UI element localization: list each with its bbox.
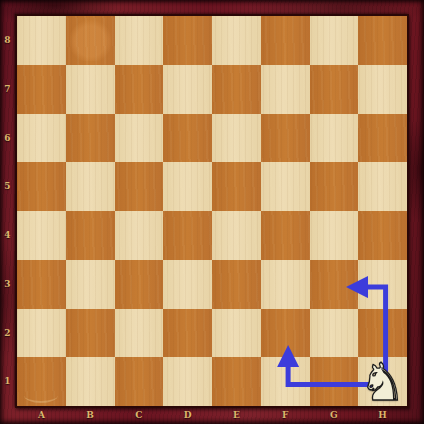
file-label-b: B (66, 409, 115, 423)
square-g1[interactable] (310, 357, 359, 406)
rank-label-4: 4 (0, 211, 15, 260)
chess-app-window: 87654321 ABCDEFGH ♞ (0, 0, 424, 424)
file-label-c: C (115, 409, 164, 423)
rank-label-5: 5 (0, 162, 15, 211)
rank-label-1: 1 (0, 357, 15, 406)
square-d3[interactable] (163, 260, 212, 309)
square-c8[interactable] (115, 16, 164, 65)
square-f1[interactable] (261, 357, 310, 406)
square-b2[interactable] (66, 309, 115, 358)
rank-label-6: 6 (0, 114, 15, 163)
square-h5[interactable] (358, 162, 407, 211)
square-c3[interactable] (115, 260, 164, 309)
square-f2[interactable] (261, 309, 310, 358)
rank-labels: 87654321 (0, 16, 15, 406)
square-e2[interactable] (212, 309, 261, 358)
square-a3[interactable] (17, 260, 66, 309)
square-a4[interactable] (17, 211, 66, 260)
square-d4[interactable] (163, 211, 212, 260)
square-g7[interactable] (310, 65, 359, 114)
square-e7[interactable] (212, 65, 261, 114)
square-c2[interactable] (115, 309, 164, 358)
square-c6[interactable] (115, 114, 164, 163)
file-label-f: F (261, 409, 310, 423)
square-a7[interactable] (17, 65, 66, 114)
square-g8[interactable] (310, 16, 359, 65)
square-g2[interactable] (310, 309, 359, 358)
chess-board: ♞ (15, 14, 409, 408)
square-e4[interactable] (212, 211, 261, 260)
square-f7[interactable] (261, 65, 310, 114)
square-g3[interactable] (310, 260, 359, 309)
rank-label-8: 8 (0, 16, 15, 65)
file-labels: ABCDEFGH (17, 409, 407, 423)
square-h4[interactable] (358, 211, 407, 260)
square-b7[interactable] (66, 65, 115, 114)
square-d6[interactable] (163, 114, 212, 163)
square-b1[interactable] (66, 357, 115, 406)
square-g5[interactable] (310, 162, 359, 211)
ghost-mark-b8 (70, 20, 111, 61)
square-c4[interactable] (115, 211, 164, 260)
file-label-a: A (17, 409, 66, 423)
square-h6[interactable] (358, 114, 407, 163)
square-a8[interactable] (17, 16, 66, 65)
file-label-e: E (212, 409, 261, 423)
square-b8[interactable] (66, 16, 115, 65)
square-d1[interactable] (163, 357, 212, 406)
rank-label-3: 3 (0, 260, 15, 309)
square-f5[interactable] (261, 162, 310, 211)
square-g6[interactable] (310, 114, 359, 163)
square-c5[interactable] (115, 162, 164, 211)
square-e8[interactable] (212, 16, 261, 65)
square-f8[interactable] (261, 16, 310, 65)
square-b3[interactable] (66, 260, 115, 309)
square-h3[interactable] (358, 260, 407, 309)
square-d5[interactable] (163, 162, 212, 211)
square-e5[interactable] (212, 162, 261, 211)
square-c1[interactable] (115, 357, 164, 406)
rank-label-2: 2 (0, 309, 15, 358)
square-b6[interactable] (66, 114, 115, 163)
square-b4[interactable] (66, 211, 115, 260)
square-a6[interactable] (17, 114, 66, 163)
square-a2[interactable] (17, 309, 66, 358)
square-e3[interactable] (212, 260, 261, 309)
square-c7[interactable] (115, 65, 164, 114)
square-b5[interactable] (66, 162, 115, 211)
white-knight[interactable]: ♞ (358, 357, 407, 406)
square-d8[interactable] (163, 16, 212, 65)
square-f3[interactable] (261, 260, 310, 309)
file-label-d: D (163, 409, 212, 423)
ghost-mark-a1 (24, 387, 58, 403)
square-h7[interactable] (358, 65, 407, 114)
square-d2[interactable] (163, 309, 212, 358)
square-d7[interactable] (163, 65, 212, 114)
square-f4[interactable] (261, 211, 310, 260)
file-label-g: G (310, 409, 359, 423)
square-h8[interactable] (358, 16, 407, 65)
square-f6[interactable] (261, 114, 310, 163)
rank-label-7: 7 (0, 65, 15, 114)
square-e1[interactable] (212, 357, 261, 406)
square-e6[interactable] (212, 114, 261, 163)
square-a5[interactable] (17, 162, 66, 211)
square-g4[interactable] (310, 211, 359, 260)
square-h2[interactable] (358, 309, 407, 358)
square-a1[interactable] (17, 357, 66, 406)
